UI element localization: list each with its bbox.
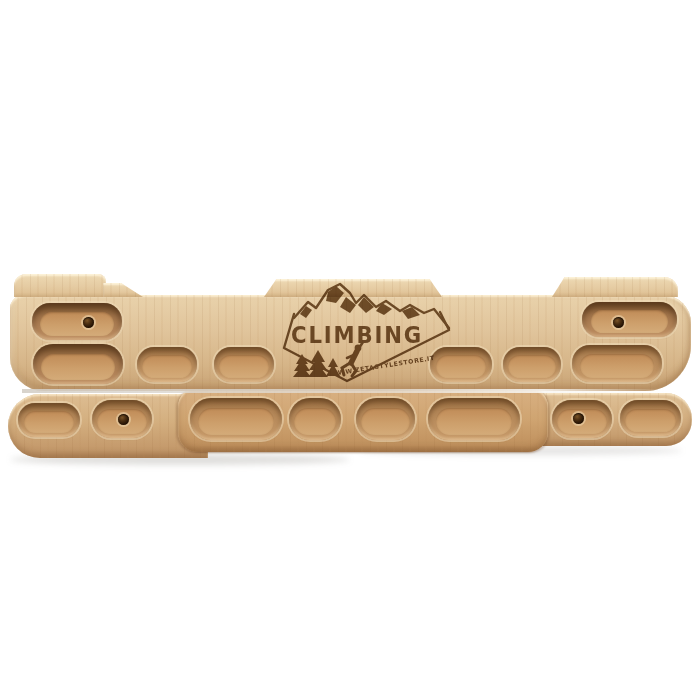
pocket-floor xyxy=(41,354,115,380)
pocket-mid-3 xyxy=(214,347,274,382)
pocket-floor xyxy=(361,408,409,435)
pocket-mid-6-long xyxy=(572,345,662,382)
pocket-mid-2 xyxy=(137,347,197,382)
screw-hole xyxy=(573,413,584,424)
logo-text: CLIMBING xyxy=(291,322,423,348)
pocket-mid-1-deep xyxy=(33,344,123,384)
screw-hole xyxy=(118,414,129,425)
pocket-top-left-jug xyxy=(32,303,122,340)
pocket-top-right-jug xyxy=(582,302,677,337)
logo-mountain-shading xyxy=(300,286,420,319)
pocket-floor xyxy=(294,408,337,435)
pocket-floor xyxy=(508,355,556,378)
pocket-floor xyxy=(219,355,268,378)
pocket-floor xyxy=(625,409,675,432)
screw-hole xyxy=(83,317,94,328)
screw-hole xyxy=(613,317,624,328)
pocket-floor xyxy=(436,408,511,435)
pocket-bot-4 xyxy=(289,398,341,440)
pocket-floor xyxy=(24,411,75,433)
pocket-bot-6-long xyxy=(428,398,520,440)
pocket-bot-8 xyxy=(620,400,681,436)
pocket-floor xyxy=(142,355,191,378)
pocket-floor xyxy=(591,310,669,333)
hangboard-product: CLIMBING WWW.ZETASTYLESTORE.IT xyxy=(0,0,700,700)
pocket-floor xyxy=(580,354,654,378)
pocket-bot-1 xyxy=(18,403,80,437)
pocket-floor xyxy=(40,312,114,336)
pocket-bot-2 xyxy=(92,400,152,438)
pocket-floor xyxy=(198,408,273,435)
pocket-mid-5 xyxy=(503,347,561,382)
pocket-bot-5 xyxy=(356,398,415,440)
photo-canvas: CLIMBING WWW.ZETASTYLESTORE.IT xyxy=(0,0,700,700)
pocket-bot-3-long xyxy=(190,398,282,440)
pocket-bot-7 xyxy=(552,400,612,438)
climbing-logo: CLIMBING WWW.ZETASTYLESTORE.IT xyxy=(276,276,462,400)
